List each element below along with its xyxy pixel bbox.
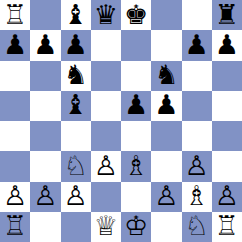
piece-black-pawn: ♟: [64, 31, 88, 58]
piece-white-rook: ♖: [3, 212, 27, 239]
piece-white-king: ♔: [124, 212, 148, 239]
piece-black-pawn: ♟: [3, 31, 27, 58]
square-f2[interactable]: ♙: [151, 182, 181, 212]
piece-black-pawn: ♟: [124, 91, 148, 118]
square-c3[interactable]: ♘: [61, 151, 91, 181]
square-d4[interactable]: [91, 121, 121, 151]
piece-black-king: ♚: [124, 1, 148, 28]
square-c4[interactable]: [61, 121, 91, 151]
square-a2[interactable]: ♙: [0, 182, 30, 212]
square-b8[interactable]: [30, 0, 60, 30]
square-c6[interactable]: ♞: [61, 61, 91, 91]
square-h1[interactable]: ♖: [212, 212, 242, 242]
piece-white-rook: ♖: [215, 212, 239, 239]
square-a7[interactable]: ♟: [0, 30, 30, 60]
square-f4[interactable]: [151, 121, 181, 151]
square-g8[interactable]: [182, 0, 212, 30]
piece-white-rook: ♖: [3, 1, 27, 28]
piece-black-knight: ♞: [64, 61, 88, 88]
square-g7[interactable]: ♟: [182, 30, 212, 60]
square-c5[interactable]: ♝: [61, 91, 91, 121]
square-d8[interactable]: ♛: [91, 0, 121, 30]
square-e6[interactable]: [121, 61, 151, 91]
piece-white-pawn: ♙: [3, 182, 27, 209]
piece-white-pawn: ♙: [185, 152, 209, 179]
square-f3[interactable]: [151, 151, 181, 181]
square-c7[interactable]: ♟: [61, 30, 91, 60]
square-e5[interactable]: ♟: [121, 91, 151, 121]
square-d5[interactable]: [91, 91, 121, 121]
piece-white-bishop: ♗: [185, 182, 209, 209]
square-d7[interactable]: [91, 30, 121, 60]
square-f6[interactable]: ♞: [151, 61, 181, 91]
square-f7[interactable]: [151, 30, 181, 60]
square-d1[interactable]: ♕: [91, 212, 121, 242]
square-h6[interactable]: [212, 61, 242, 91]
square-a6[interactable]: [0, 61, 30, 91]
piece-black-bishop: ♝: [64, 91, 88, 118]
square-e8[interactable]: ♚: [121, 0, 151, 30]
square-a8[interactable]: ♖: [0, 0, 30, 30]
square-e7[interactable]: [121, 30, 151, 60]
square-g1[interactable]: ♘: [182, 212, 212, 242]
square-f5[interactable]: ♟: [151, 91, 181, 121]
square-h5[interactable]: [212, 91, 242, 121]
piece-white-knight: ♘: [185, 212, 209, 239]
piece-black-pawn: ♟: [33, 31, 57, 58]
piece-black-queen: ♛: [94, 1, 118, 28]
piece-white-pawn: ♙: [33, 182, 57, 209]
square-e4[interactable]: [121, 121, 151, 151]
square-a3[interactable]: [0, 151, 30, 181]
piece-white-pawn: ♙: [215, 182, 239, 209]
square-g6[interactable]: [182, 61, 212, 91]
square-a5[interactable]: [0, 91, 30, 121]
piece-white-queen: ♕: [94, 212, 118, 239]
piece-black-pawn: ♟: [215, 31, 239, 58]
square-f1[interactable]: [151, 212, 181, 242]
square-b6[interactable]: [30, 61, 60, 91]
piece-black-knight: ♞: [154, 61, 178, 88]
piece-black-pawn: ♟: [154, 91, 178, 118]
square-b7[interactable]: ♟: [30, 30, 60, 60]
piece-black-rook: ♜: [215, 1, 239, 28]
square-a1[interactable]: ♖: [0, 212, 30, 242]
square-e2[interactable]: [121, 182, 151, 212]
square-b5[interactable]: [30, 91, 60, 121]
square-h2[interactable]: ♙: [212, 182, 242, 212]
square-c8[interactable]: ♝: [61, 0, 91, 30]
chess-board: ♖♝♛♚♜♟♟♟♟♟♞♞♝♟♟♘♙♗♙♙♙♙♙♗♙♖♕♔♘♖: [0, 0, 242, 242]
square-d6[interactable]: [91, 61, 121, 91]
square-b3[interactable]: [30, 151, 60, 181]
square-h4[interactable]: [212, 121, 242, 151]
piece-white-pawn: ♙: [64, 182, 88, 209]
square-g2[interactable]: ♗: [182, 182, 212, 212]
piece-white-pawn: ♙: [154, 182, 178, 209]
piece-black-pawn: ♟: [185, 31, 209, 58]
square-c2[interactable]: ♙: [61, 182, 91, 212]
piece-black-bishop: ♝: [64, 1, 88, 28]
square-b4[interactable]: [30, 121, 60, 151]
square-e3[interactable]: ♗: [121, 151, 151, 181]
piece-white-knight: ♘: [64, 152, 88, 179]
piece-white-bishop: ♗: [124, 152, 148, 179]
square-b1[interactable]: [30, 212, 60, 242]
square-a4[interactable]: [0, 121, 30, 151]
square-h7[interactable]: ♟: [212, 30, 242, 60]
square-g3[interactable]: ♙: [182, 151, 212, 181]
square-h8[interactable]: ♜: [212, 0, 242, 30]
square-f8[interactable]: [151, 0, 181, 30]
square-h3[interactable]: [212, 151, 242, 181]
square-e1[interactable]: ♔: [121, 212, 151, 242]
square-d2[interactable]: [91, 182, 121, 212]
square-d3[interactable]: ♙: [91, 151, 121, 181]
piece-white-pawn: ♙: [94, 152, 118, 179]
square-c1[interactable]: [61, 212, 91, 242]
square-b2[interactable]: ♙: [30, 182, 60, 212]
square-g5[interactable]: [182, 91, 212, 121]
square-g4[interactable]: [182, 121, 212, 151]
